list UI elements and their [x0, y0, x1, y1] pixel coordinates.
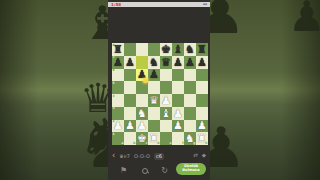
- black-b-piece: ♝: [173, 43, 183, 54]
- white-r-piece: ♜: [197, 133, 207, 144]
- square-g6[interactable]: [184, 69, 196, 82]
- video-frame: ♝♟♟♛♞♟ 1:58 ▪▪ 8♜♚♝♞♜7♟♟♞♛♟♟♟6♟♟54♛♟3♞♝♟…: [0, 0, 320, 180]
- square-e7[interactable]: ♛: [160, 56, 172, 69]
- square-h6[interactable]: [196, 69, 208, 82]
- square-b6[interactable]: [124, 69, 136, 82]
- square-b7[interactable]: ♟: [124, 56, 136, 69]
- white-p-piece: ♟: [173, 107, 183, 118]
- back-chevron-icon[interactable]: ‹: [112, 152, 115, 160]
- square-c8[interactable]: [136, 43, 148, 56]
- rank-label: 6: [113, 69, 115, 72]
- square-a2[interactable]: 2♟: [112, 120, 124, 133]
- square-e2[interactable]: [160, 120, 172, 133]
- square-a6[interactable]: 6: [112, 69, 124, 82]
- square-b4[interactable]: [124, 94, 136, 107]
- square-a8[interactable]: 8♜: [112, 43, 124, 56]
- white-p-piece: ♟: [173, 120, 183, 131]
- chess-app-screen: 1:58 ▪▪ 8♜♚♝♞♜7♟♟♞♛♟♟♟6♟♟54♛♟3♞♝♟2♟♟♟♟♟1…: [108, 0, 210, 180]
- black-p-piece: ♟: [113, 56, 123, 67]
- square-h8[interactable]: ♜: [196, 43, 208, 56]
- square-f3[interactable]: ♟: [172, 107, 184, 120]
- white-r-piece: ♜: [149, 133, 159, 144]
- square-c7[interactable]: [136, 56, 148, 69]
- square-b1[interactable]: b: [124, 132, 136, 145]
- square-h3[interactable]: [196, 107, 208, 120]
- status-icons: ▪▪: [203, 3, 210, 6]
- white-n-piece: ♞: [137, 107, 147, 118]
- square-d8[interactable]: [148, 43, 160, 56]
- square-d2[interactable]: [148, 120, 160, 133]
- move-item[interactable]: ♛e7: [119, 154, 130, 159]
- square-c4[interactable]: [136, 94, 148, 107]
- white-q-piece: ♛: [149, 94, 159, 105]
- move-list-bar: ‹ ♛e7O-O-Oc6 ⇄◆: [108, 151, 210, 161]
- rank-label: 4: [113, 95, 115, 98]
- square-f1[interactable]: f: [172, 132, 184, 145]
- square-b8[interactable]: [124, 43, 136, 56]
- square-e3[interactable]: ♝: [160, 107, 172, 120]
- square-a3[interactable]: 3: [112, 107, 124, 120]
- square-h5[interactable]: [196, 81, 208, 94]
- green-action-button[interactable]: Günlük Bulmaca: [176, 163, 206, 175]
- square-h7[interactable]: ♟: [196, 56, 208, 69]
- white-n-piece: ♞: [185, 133, 195, 144]
- square-g3[interactable]: [184, 107, 196, 120]
- square-e1[interactable]: e: [160, 132, 172, 145]
- black-p-piece: ♟: [197, 56, 207, 67]
- square-g5[interactable]: [184, 81, 196, 94]
- flip-board-icon[interactable]: ⇄: [193, 153, 198, 159]
- square-h1[interactable]: h♜: [196, 132, 208, 145]
- black-r-piece: ♜: [197, 43, 207, 54]
- square-g4[interactable]: [184, 94, 196, 107]
- black-p-piece: ♟: [185, 56, 195, 67]
- square-c1[interactable]: c♚: [136, 132, 148, 145]
- rank-label: 5: [113, 82, 115, 85]
- black-p-piece: ♟: [173, 56, 183, 67]
- white-p-piece: ♟: [137, 120, 147, 131]
- square-e4[interactable]: ♟: [160, 94, 172, 107]
- square-g7[interactable]: ♟: [184, 56, 196, 69]
- gem-icon[interactable]: ◆: [202, 153, 206, 159]
- current-move[interactable]: c6: [154, 153, 164, 160]
- white-p-piece: ♟: [161, 94, 171, 105]
- white-b-piece: ♝: [161, 107, 171, 118]
- square-d1[interactable]: d♜: [148, 132, 160, 145]
- chess-board[interactable]: 8♜♚♝♞♜7♟♟♞♛♟♟♟6♟♟54♛♟3♞♝♟2♟♟♟♟♟1abc♚d♜ef…: [112, 43, 208, 145]
- square-f2[interactable]: ♟: [172, 120, 184, 133]
- black-r-piece: ♜: [113, 43, 123, 54]
- rank-label: 3: [113, 107, 115, 110]
- square-g8[interactable]: ♞: [184, 43, 196, 56]
- square-f4[interactable]: [172, 94, 184, 107]
- square-c5[interactable]: [136, 81, 148, 94]
- white-p-piece: ♟: [125, 120, 135, 131]
- square-c3[interactable]: ♞: [136, 107, 148, 120]
- square-h4[interactable]: [196, 94, 208, 107]
- status-bar: 1:58 ▪▪: [108, 2, 210, 7]
- white-p-piece: ♟: [197, 120, 207, 131]
- search-icon[interactable]: [142, 168, 148, 174]
- resign-flag-icon[interactable]: ⚑: [120, 167, 127, 175]
- move-bar-icons: ⇄◆: [193, 153, 210, 159]
- square-f5[interactable]: [172, 81, 184, 94]
- black-n-piece: ♞: [149, 56, 159, 67]
- square-d4[interactable]: ♛: [148, 94, 160, 107]
- square-d5[interactable]: [148, 81, 160, 94]
- move-list: ♛e7O-O-Oc6: [119, 153, 164, 160]
- square-a5[interactable]: 5: [112, 81, 124, 94]
- tap-indicator-dot: [143, 78, 148, 83]
- white-k-piece: ♚: [137, 133, 147, 144]
- square-c2[interactable]: ♟: [136, 120, 148, 133]
- square-b5[interactable]: [124, 81, 136, 94]
- square-g1[interactable]: g♞: [184, 132, 196, 145]
- square-d6[interactable]: ♟: [148, 69, 160, 82]
- white-p-piece: ♟: [113, 120, 123, 131]
- square-f7[interactable]: ♟: [172, 56, 184, 69]
- black-p-piece: ♟: [149, 69, 159, 80]
- rank-label: 1: [113, 133, 115, 136]
- refresh-icon[interactable]: ↻: [161, 167, 168, 175]
- black-k-piece: ♚: [161, 43, 171, 54]
- square-a4[interactable]: 4: [112, 94, 124, 107]
- recording-time: 1:58: [108, 3, 121, 7]
- square-d7[interactable]: ♞: [148, 56, 160, 69]
- square-f6[interactable]: [172, 69, 184, 82]
- square-b3[interactable]: [124, 107, 136, 120]
- square-f8[interactable]: ♝: [172, 43, 184, 56]
- black-n-piece: ♞: [185, 43, 195, 54]
- move-item[interactable]: O-O-O: [134, 154, 150, 159]
- black-p-piece: ♟: [125, 56, 135, 67]
- square-d3[interactable]: [148, 107, 160, 120]
- square-b2[interactable]: ♟: [124, 120, 136, 133]
- square-h2[interactable]: ♟: [196, 120, 208, 133]
- square-g2[interactable]: [184, 120, 196, 133]
- square-a7[interactable]: 7♟: [112, 56, 124, 69]
- square-e6[interactable]: [160, 69, 172, 82]
- bottom-toolbar: ⚑ ↻ Günlük Bulmaca: [108, 162, 210, 180]
- square-a1[interactable]: 1a: [112, 132, 124, 145]
- bg-pawn-top-right: ♟: [288, 0, 320, 38]
- square-e8[interactable]: ♚: [160, 43, 172, 56]
- square-e5[interactable]: [160, 81, 172, 94]
- black-q-piece: ♛: [161, 56, 171, 67]
